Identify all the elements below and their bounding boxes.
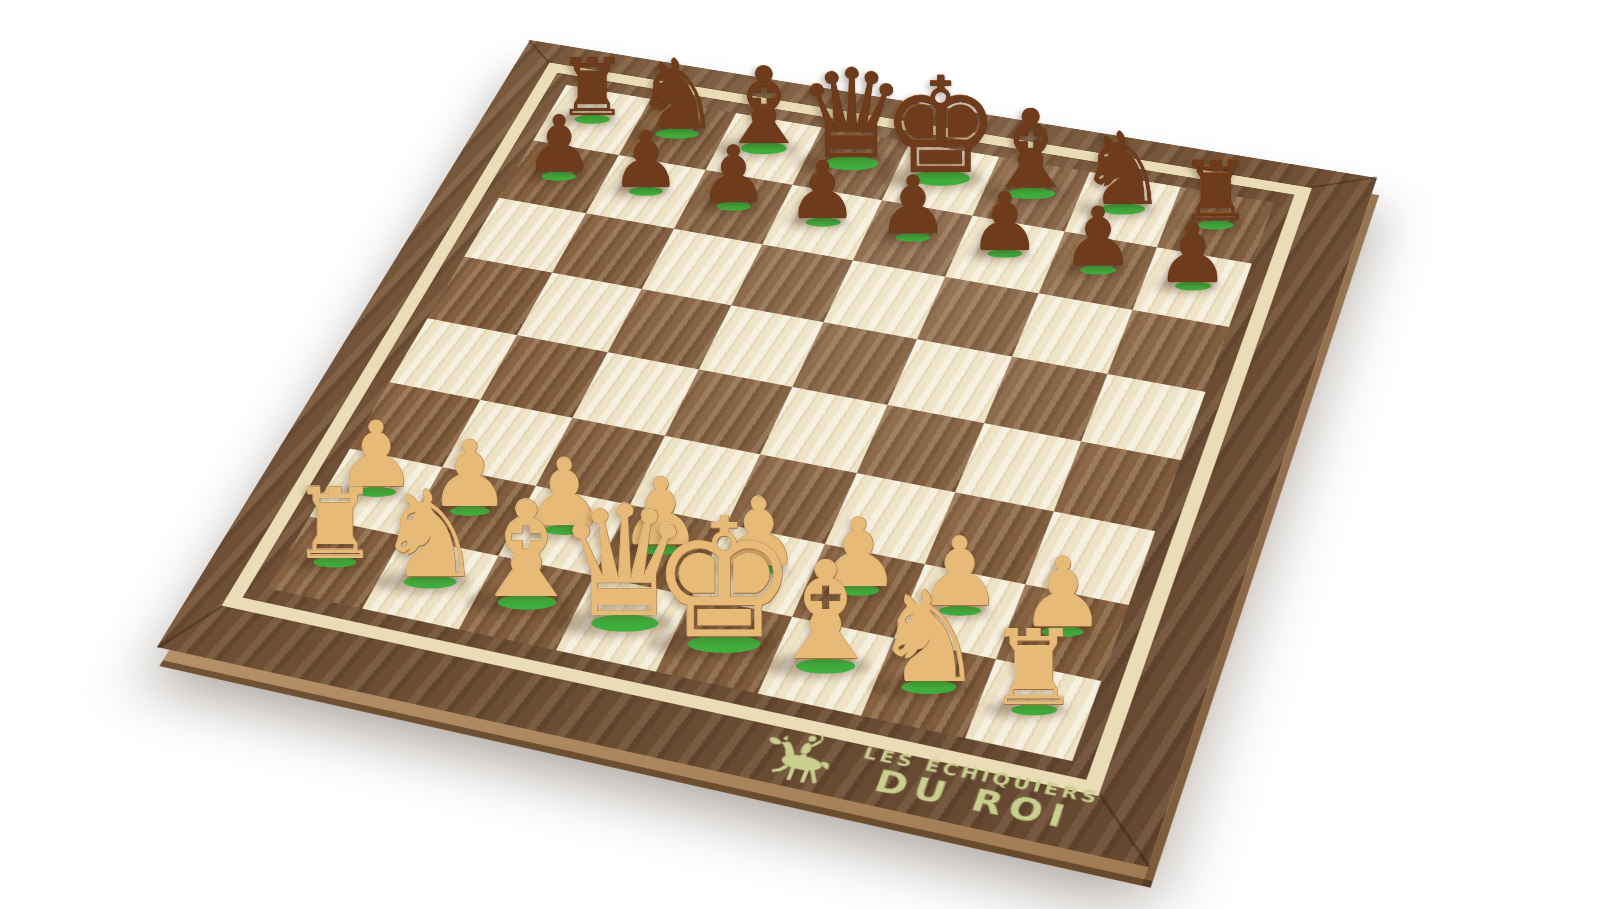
piece-white-rook-a1[interactable]: ♜ (291, 474, 379, 572)
piece-white-knight-g1[interactable]: ♞ (872, 575, 985, 701)
frame-miter-seam (1311, 177, 1377, 188)
piece-black-pawn-f7[interactable]: ♟ (969, 181, 1041, 262)
piece-black-pawn-e7[interactable]: ♟ (877, 166, 949, 246)
product-photo-scene: LES ÉCHIQUIERS DU ROI ♜♞♝♛♚♝♞♜♟♟♟♟♟♟♟♟♟♟… (0, 0, 1600, 909)
frame-miter-seam (528, 40, 550, 64)
piece-black-pawn-d7[interactable]: ♟ (787, 151, 858, 230)
piece-white-rook-h1[interactable]: ♜ (987, 616, 1080, 720)
piece-white-bishop-f1[interactable]: ♝ (765, 544, 887, 680)
piece-black-pawn-g7[interactable]: ♟ (1062, 197, 1135, 278)
piece-black-pawn-a7[interactable]: ♟ (524, 107, 594, 185)
frame-miter-seam (157, 605, 223, 648)
piece-black-pawn-h7[interactable]: ♟ (1156, 213, 1229, 295)
piece-black-pawn-c7[interactable]: ♟ (698, 136, 769, 215)
piece-black-pawn-b7[interactable]: ♟ (611, 121, 681, 199)
